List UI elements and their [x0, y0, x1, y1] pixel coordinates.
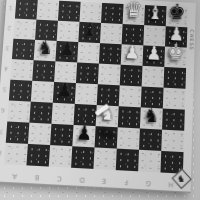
rank-label: 4 — [4, 66, 8, 73]
square-b6[interactable]: ♞ — [34, 40, 57, 62]
square-g3[interactable]: ♞ — [140, 107, 163, 129]
black-pawn[interactable]: ♟ — [53, 78, 76, 102]
board-edge-text: CHESS — [189, 29, 196, 50]
square-g6[interactable]: ♟ — [142, 45, 165, 67]
square-b3[interactable] — [29, 102, 52, 124]
square-f4[interactable] — [119, 85, 142, 107]
file-label: D — [79, 175, 85, 184]
file-label: E — [102, 177, 107, 186]
square-e1[interactable] — [93, 147, 116, 170]
square-f1[interactable] — [116, 149, 139, 172]
square-f8[interactable]: ♛ — [123, 4, 145, 25]
square-a8[interactable] — [15, 0, 38, 20]
rank-label: 6 — [0, 107, 4, 114]
square-d1[interactable] — [71, 146, 94, 169]
square-d6[interactable] — [77, 42, 100, 64]
square-e7[interactable] — [100, 23, 123, 44]
square-a3[interactable] — [7, 100, 31, 122]
square-e5[interactable] — [98, 64, 121, 86]
white-bishop[interactable]: ♝ — [144, 1, 166, 25]
square-a4[interactable] — [9, 80, 32, 102]
square-a2[interactable] — [6, 121, 30, 143]
black-king[interactable]: ♚ — [166, 0, 188, 24]
white-pawn[interactable]: ♟ — [143, 41, 166, 65]
rank-label: 2 — [7, 25, 11, 32]
square-g5[interactable] — [142, 66, 165, 88]
square-d7[interactable]: ♝ — [78, 22, 101, 43]
rank-label: 3 — [5, 45, 9, 52]
square-c3[interactable] — [51, 103, 74, 125]
square-h2[interactable] — [161, 130, 184, 152]
square-e8[interactable] — [101, 3, 123, 24]
square-d2[interactable]: ♟ — [72, 125, 95, 147]
square-a6[interactable] — [12, 39, 35, 61]
square-c8[interactable] — [58, 1, 81, 22]
square-b8[interactable] — [36, 0, 59, 21]
white-pawn[interactable]: ♟ — [121, 40, 144, 64]
white-king[interactable]: ♚ — [164, 40, 187, 65]
corner-emblem: ♞ — [172, 169, 190, 188]
file-label: F — [124, 178, 128, 186]
square-a1[interactable] — [4, 143, 28, 166]
square-h6[interactable]: ♚ — [164, 46, 186, 68]
square-g8[interactable]: ♝ — [144, 5, 166, 26]
square-g1[interactable] — [138, 150, 161, 173]
file-label: G — [145, 179, 150, 188]
board-grid: ♛♝♚♝♟♞♟♟♟♚♟♞♞♟ — [4, 0, 188, 174]
square-c1[interactable] — [49, 145, 73, 168]
chessboard: ♛♝♚♝♟♞♟♟♟♚♟♞♞♟ ABCDEFGH 12345678 CHESS ♞ — [0, 0, 196, 193]
square-d4[interactable] — [75, 83, 98, 105]
square-b4[interactable] — [31, 81, 54, 103]
rank-label: 5 — [2, 86, 6, 93]
rank-label: 1 — [8, 5, 12, 12]
black-knight[interactable]: ♞ — [140, 103, 163, 128]
file-label: B — [34, 173, 39, 182]
black-pawn[interactable]: ♟ — [55, 37, 78, 61]
black-knight[interactable]: ♞ — [34, 36, 57, 60]
square-f6[interactable]: ♟ — [121, 44, 144, 66]
square-c4[interactable]: ♟ — [53, 82, 76, 104]
rank-label: 7 — [0, 128, 3, 135]
black-pawn[interactable]: ♟ — [72, 121, 95, 146]
knight-emblem-icon: ♞ — [172, 169, 190, 188]
square-f5[interactable] — [120, 65, 143, 87]
square-f2[interactable] — [117, 127, 140, 149]
square-b2[interactable] — [28, 123, 52, 145]
file-label: A — [12, 172, 17, 181]
square-b1[interactable] — [26, 144, 50, 167]
file-label: C — [56, 174, 61, 183]
square-h5[interactable] — [164, 67, 187, 89]
rank-label: 8 — [0, 149, 2, 156]
chessboard-photo: ♛♝♚♝♟♞♟♟♟♚♟♞♞♟ ABCDEFGH 12345678 CHESS ♞ — [0, 0, 200, 200]
square-a7[interactable] — [13, 19, 36, 40]
square-c6[interactable]: ♟ — [55, 41, 78, 63]
square-h3[interactable] — [162, 109, 185, 131]
square-e6[interactable] — [99, 43, 122, 65]
square-c2[interactable] — [50, 124, 73, 146]
square-a5[interactable] — [10, 59, 33, 81]
file-labels: ABCDEFGH — [3, 170, 183, 190]
square-b5[interactable] — [32, 60, 55, 82]
square-d5[interactable] — [76, 62, 99, 84]
square-g2[interactable] — [139, 128, 162, 150]
white-queen[interactable]: ♛ — [123, 0, 146, 22]
square-h4[interactable] — [163, 88, 186, 110]
black-bishop[interactable]: ♝ — [78, 18, 101, 42]
square-f3[interactable] — [118, 106, 141, 128]
